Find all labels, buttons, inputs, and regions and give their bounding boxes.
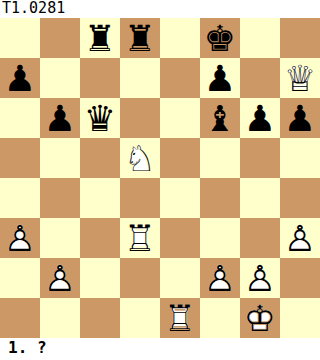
piece-white-pawn: ♙ [280,218,320,258]
square-d4[interactable] [120,178,160,218]
piece-white-queen: ♕ [280,58,320,98]
square-c3[interactable] [80,218,120,258]
square-c5[interactable] [80,138,120,178]
square-b2[interactable]: ♟♙ [40,258,80,298]
piece-white-rook-fill: ♜ [120,218,160,258]
piece-black-pawn: ♟ [0,58,40,98]
piece-white-pawn: ♙ [200,258,240,298]
square-d6[interactable] [120,98,160,138]
square-b5[interactable] [40,138,80,178]
square-f3[interactable] [200,218,240,258]
square-a4[interactable] [0,178,40,218]
square-g4[interactable] [240,178,280,218]
piece-white-pawn: ♙ [240,258,280,298]
square-c1[interactable] [80,298,120,338]
square-d1[interactable] [120,298,160,338]
square-a6[interactable] [0,98,40,138]
piece-black-queen: ♛ [80,98,120,138]
move-prompt: 1. ? [0,338,320,360]
square-g6[interactable]: ♟ [240,98,280,138]
piece-white-knight-fill: ♞ [120,138,160,178]
square-e5[interactable] [160,138,200,178]
square-e2[interactable] [160,258,200,298]
square-h7[interactable]: ♛♕ [280,58,320,98]
square-f2[interactable]: ♟♙ [200,258,240,298]
square-c6[interactable]: ♛ [80,98,120,138]
square-a3[interactable]: ♟♙ [0,218,40,258]
square-a8[interactable] [0,18,40,58]
square-c8[interactable]: ♜ [80,18,120,58]
square-f5[interactable] [200,138,240,178]
square-a5[interactable] [0,138,40,178]
square-g2[interactable]: ♟♙ [240,258,280,298]
piece-white-pawn-fill: ♟ [0,218,40,258]
square-e6[interactable] [160,98,200,138]
square-e8[interactable] [160,18,200,58]
piece-white-pawn: ♙ [0,218,40,258]
square-d3[interactable]: ♜♖ [120,218,160,258]
square-a2[interactable] [0,258,40,298]
square-f8[interactable]: ♚ [200,18,240,58]
piece-black-pawn: ♟ [240,98,280,138]
square-g5[interactable] [240,138,280,178]
square-h8[interactable] [280,18,320,58]
square-d7[interactable] [120,58,160,98]
piece-white-rook: ♖ [160,298,200,338]
square-d2[interactable] [120,258,160,298]
square-c4[interactable] [80,178,120,218]
square-h1[interactable] [280,298,320,338]
square-g3[interactable] [240,218,280,258]
square-f6[interactable]: ♝ [200,98,240,138]
square-b6[interactable]: ♟ [40,98,80,138]
square-g7[interactable] [240,58,280,98]
piece-black-pawn: ♟ [280,98,320,138]
square-h5[interactable] [280,138,320,178]
puzzle-id: T1.0281 [0,0,320,18]
piece-white-knight: ♘ [120,138,160,178]
square-b1[interactable] [40,298,80,338]
square-a7[interactable]: ♟ [0,58,40,98]
piece-white-pawn: ♙ [40,258,80,298]
piece-black-pawn: ♟ [40,98,80,138]
square-f1[interactable] [200,298,240,338]
square-e3[interactable] [160,218,200,258]
piece-white-rook-fill: ♜ [160,298,200,338]
square-d5[interactable]: ♞♘ [120,138,160,178]
piece-white-queen-fill: ♛ [280,58,320,98]
piece-white-king-fill: ♚ [240,298,280,338]
square-c7[interactable] [80,58,120,98]
square-f7[interactable]: ♟ [200,58,240,98]
piece-black-pawn: ♟ [200,58,240,98]
square-b8[interactable] [40,18,80,58]
piece-white-pawn-fill: ♟ [40,258,80,298]
square-b3[interactable] [40,218,80,258]
square-e1[interactable]: ♜♖ [160,298,200,338]
square-h6[interactable]: ♟ [280,98,320,138]
piece-black-rook: ♜ [120,18,160,58]
piece-white-pawn-fill: ♟ [240,258,280,298]
square-g8[interactable] [240,18,280,58]
square-b4[interactable] [40,178,80,218]
piece-black-king: ♚ [200,18,240,58]
square-a1[interactable] [0,298,40,338]
square-e7[interactable] [160,58,200,98]
piece-black-rook: ♜ [80,18,120,58]
square-h2[interactable] [280,258,320,298]
piece-white-pawn-fill: ♟ [280,218,320,258]
piece-white-king: ♔ [240,298,280,338]
square-g1[interactable]: ♚♔ [240,298,280,338]
square-f4[interactable] [200,178,240,218]
square-b7[interactable] [40,58,80,98]
square-e4[interactable] [160,178,200,218]
square-h3[interactable]: ♟♙ [280,218,320,258]
square-d8[interactable]: ♜ [120,18,160,58]
piece-black-bishop: ♝ [200,98,240,138]
piece-white-pawn-fill: ♟ [200,258,240,298]
chess-board: ♜♜♚♟♟♛♕♟♛♝♟♟♞♘♟♙♜♖♟♙♟♙♟♙♟♙♜♖♚♔ [0,18,320,338]
square-h4[interactable] [280,178,320,218]
piece-white-rook: ♖ [120,218,160,258]
square-c2[interactable] [80,258,120,298]
